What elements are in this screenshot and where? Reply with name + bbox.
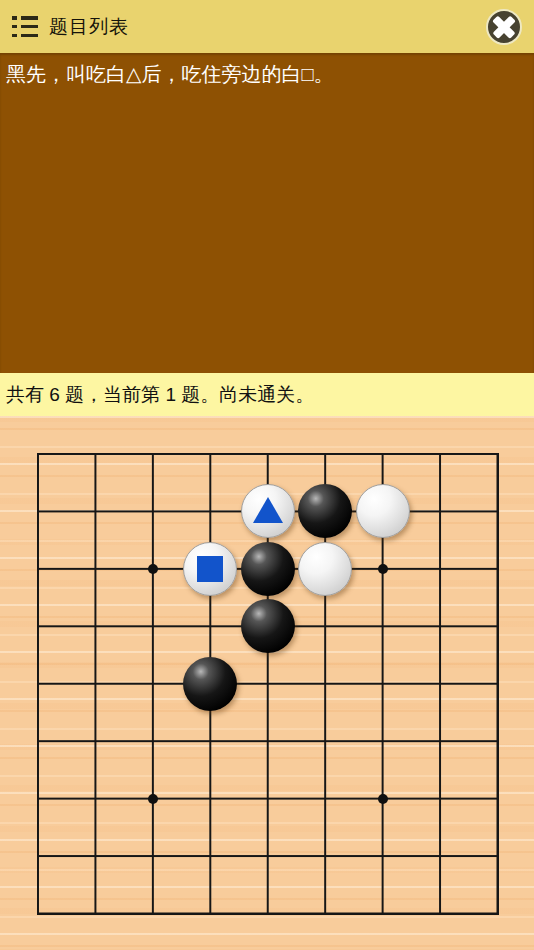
close-button[interactable]	[486, 9, 522, 45]
board-area	[0, 416, 534, 950]
problem-text: 黑先，叫吃白△后，吃住旁边的白□。	[6, 60, 528, 89]
star-point	[148, 794, 158, 804]
app-screen: 题目列表 黑先，叫吃白△后，吃住旁边的白□。 共有 6 题，当前第 1 题。尚未…	[0, 0, 534, 950]
star-point	[378, 794, 388, 804]
stone-white-D7	[183, 542, 237, 596]
stone-black-E6	[241, 599, 295, 653]
stone-white-E8	[241, 484, 295, 538]
triangle-marker-icon	[253, 497, 283, 523]
square-marker-icon	[197, 556, 223, 582]
stone-black-E7	[241, 542, 295, 596]
problem-list-button[interactable]: 题目列表	[12, 14, 129, 40]
problem-statement-panel: 黑先，叫吃白△后，吃住旁边的白□。	[0, 53, 534, 373]
page-title: 题目列表	[49, 14, 129, 40]
stone-black-D5	[183, 657, 237, 711]
status-text: 共有 6 题，当前第 1 题。尚未通关。	[6, 382, 314, 408]
status-bar: 共有 6 题，当前第 1 题。尚未通关。	[0, 373, 534, 416]
list-icon	[12, 16, 38, 37]
app-header: 题目列表	[0, 0, 534, 53]
star-point	[378, 564, 388, 574]
stone-white-G8	[356, 484, 410, 538]
star-point	[148, 564, 158, 574]
stone-white-F7	[298, 542, 352, 596]
